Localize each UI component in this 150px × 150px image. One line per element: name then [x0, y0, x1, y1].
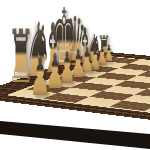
- white-pawn: ♟: [30, 51, 51, 104]
- chess-set-photo: ♜♞♝♚♛♝♞♜♟♟♟♟♟♟♟♟: [0, 0, 150, 150]
- white-army: ♜♞♝♚♛♝♞♜♟♟♟♟♟♟♟♟: [0, 0, 150, 150]
